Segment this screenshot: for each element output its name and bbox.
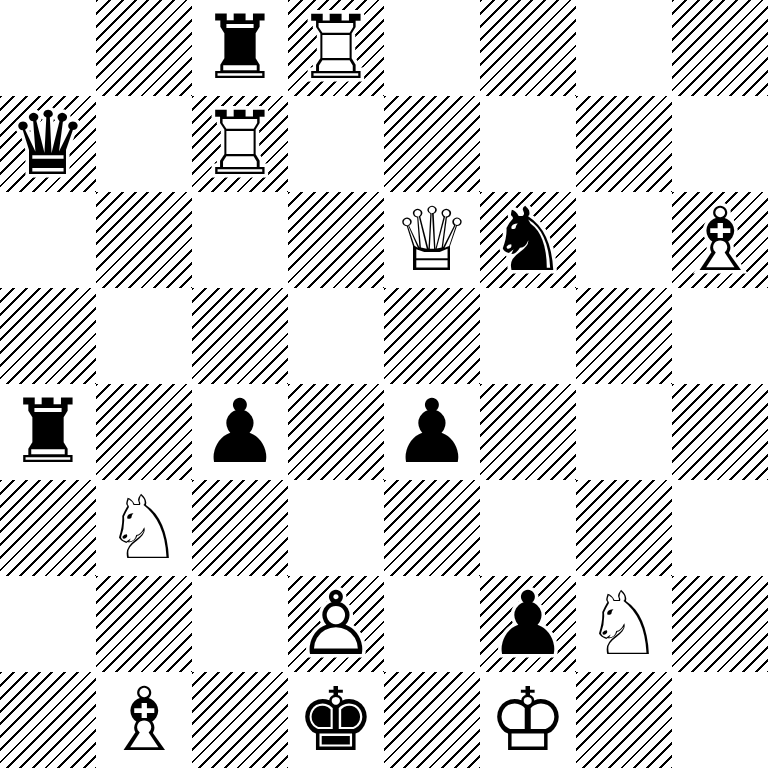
- piece-white-king[interactable]: ♚♔: [480, 672, 576, 768]
- square-d4[interactable]: [288, 384, 384, 480]
- square-h3[interactable]: [672, 480, 768, 576]
- square-e6[interactable]: ♛♕: [384, 192, 480, 288]
- square-c6[interactable]: [192, 192, 288, 288]
- square-h8[interactable]: [672, 0, 768, 96]
- square-d5[interactable]: [288, 288, 384, 384]
- piece-glyph: ♙: [288, 576, 384, 672]
- square-e8[interactable]: [384, 0, 480, 96]
- piece-glyph: ♘: [96, 480, 192, 576]
- square-b5[interactable]: [96, 288, 192, 384]
- piece-black-rook[interactable]: ♜♜: [192, 0, 288, 96]
- piece-black-rook[interactable]: ♜♜: [0, 384, 96, 480]
- square-f6[interactable]: ♞♞: [480, 192, 576, 288]
- piece-glyph: ♟: [192, 384, 288, 480]
- piece-white-rook[interactable]: ♜♖: [288, 0, 384, 96]
- piece-white-knight[interactable]: ♞♘: [576, 576, 672, 672]
- square-a3[interactable]: [0, 480, 96, 576]
- square-d3[interactable]: [288, 480, 384, 576]
- piece-black-queen[interactable]: ♛♛: [0, 96, 96, 192]
- square-g4[interactable]: [576, 384, 672, 480]
- piece-glyph: ♖: [192, 96, 288, 192]
- square-c5[interactable]: [192, 288, 288, 384]
- square-c2[interactable]: [192, 576, 288, 672]
- square-h5[interactable]: [672, 288, 768, 384]
- piece-black-pawn[interactable]: ♟♟: [192, 384, 288, 480]
- square-d1[interactable]: ♚♚: [288, 672, 384, 768]
- square-g8[interactable]: [576, 0, 672, 96]
- square-a7[interactable]: ♛♛: [0, 96, 96, 192]
- piece-glyph: ♟: [480, 576, 576, 672]
- piece-glyph: ♜: [0, 384, 96, 480]
- square-f5[interactable]: [480, 288, 576, 384]
- piece-white-rook[interactable]: ♜♖: [192, 96, 288, 192]
- square-h1[interactable]: [672, 672, 768, 768]
- square-a6[interactable]: [0, 192, 96, 288]
- piece-white-bishop[interactable]: ♝♗: [672, 192, 768, 288]
- piece-glyph: ♚: [288, 672, 384, 768]
- square-a4[interactable]: ♜♜: [0, 384, 96, 480]
- square-c4[interactable]: ♟♟: [192, 384, 288, 480]
- piece-black-pawn[interactable]: ♟♟: [480, 576, 576, 672]
- square-c3[interactable]: [192, 480, 288, 576]
- chess-board: ♜♜♜♖♛♛♜♖♛♕♞♞♝♗♜♜♟♟♟♟♞♘♟♙♟♟♞♘♝♗♚♚♚♔: [0, 0, 768, 768]
- square-g1[interactable]: [576, 672, 672, 768]
- square-f2[interactable]: ♟♟: [480, 576, 576, 672]
- square-c7[interactable]: ♜♖: [192, 96, 288, 192]
- square-c8[interactable]: ♜♜: [192, 0, 288, 96]
- square-b7[interactable]: [96, 96, 192, 192]
- square-f7[interactable]: [480, 96, 576, 192]
- piece-glyph: ♞: [480, 192, 576, 288]
- piece-white-bishop[interactable]: ♝♗: [96, 672, 192, 768]
- square-b1[interactable]: ♝♗: [96, 672, 192, 768]
- square-e1[interactable]: [384, 672, 480, 768]
- square-e2[interactable]: [384, 576, 480, 672]
- piece-glyph: ♛: [0, 96, 96, 192]
- piece-glyph: ♗: [672, 192, 768, 288]
- square-b8[interactable]: [96, 0, 192, 96]
- piece-glyph: ♟: [384, 384, 480, 480]
- square-f3[interactable]: [480, 480, 576, 576]
- square-e3[interactable]: [384, 480, 480, 576]
- square-e5[interactable]: [384, 288, 480, 384]
- square-d8[interactable]: ♜♖: [288, 0, 384, 96]
- square-g2[interactable]: ♞♘: [576, 576, 672, 672]
- square-h4[interactable]: [672, 384, 768, 480]
- square-h7[interactable]: [672, 96, 768, 192]
- square-e7[interactable]: [384, 96, 480, 192]
- square-b6[interactable]: [96, 192, 192, 288]
- square-a1[interactable]: [0, 672, 96, 768]
- square-h2[interactable]: [672, 576, 768, 672]
- square-d6[interactable]: [288, 192, 384, 288]
- square-a8[interactable]: [0, 0, 96, 96]
- piece-glyph: ♗: [96, 672, 192, 768]
- square-a2[interactable]: [0, 576, 96, 672]
- square-g7[interactable]: [576, 96, 672, 192]
- square-d2[interactable]: ♟♙: [288, 576, 384, 672]
- piece-glyph: ♜: [192, 0, 288, 96]
- square-b3[interactable]: ♞♘: [96, 480, 192, 576]
- piece-white-queen[interactable]: ♛♕: [384, 192, 480, 288]
- piece-glyph: ♕: [384, 192, 480, 288]
- piece-glyph: ♖: [288, 0, 384, 96]
- square-b4[interactable]: [96, 384, 192, 480]
- square-f4[interactable]: [480, 384, 576, 480]
- piece-black-pawn[interactable]: ♟♟: [384, 384, 480, 480]
- square-e4[interactable]: ♟♟: [384, 384, 480, 480]
- square-g3[interactable]: [576, 480, 672, 576]
- square-c1[interactable]: [192, 672, 288, 768]
- piece-glyph: ♘: [576, 576, 672, 672]
- square-b2[interactable]: [96, 576, 192, 672]
- square-a5[interactable]: [0, 288, 96, 384]
- square-h6[interactable]: ♝♗: [672, 192, 768, 288]
- piece-black-knight[interactable]: ♞♞: [480, 192, 576, 288]
- square-g5[interactable]: [576, 288, 672, 384]
- square-d7[interactable]: [288, 96, 384, 192]
- piece-black-king[interactable]: ♚♚: [288, 672, 384, 768]
- square-g6[interactable]: [576, 192, 672, 288]
- square-f8[interactable]: [480, 0, 576, 96]
- square-f1[interactable]: ♚♔: [480, 672, 576, 768]
- piece-white-pawn[interactable]: ♟♙: [288, 576, 384, 672]
- piece-glyph: ♔: [480, 672, 576, 768]
- piece-white-knight[interactable]: ♞♘: [96, 480, 192, 576]
